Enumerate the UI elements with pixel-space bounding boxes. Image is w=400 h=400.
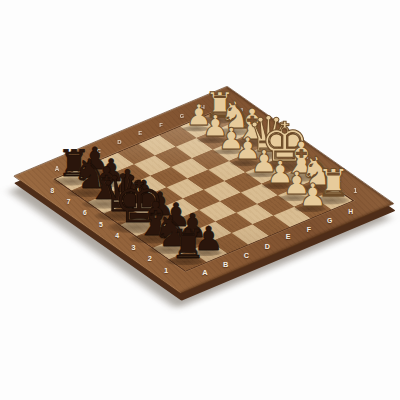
chess-set-photo: AABBCCDDEEFFGGHH1122334455667788 ♜♟♞♟♝♟♛… <box>0 0 400 400</box>
chess-board <box>13 86 395 294</box>
